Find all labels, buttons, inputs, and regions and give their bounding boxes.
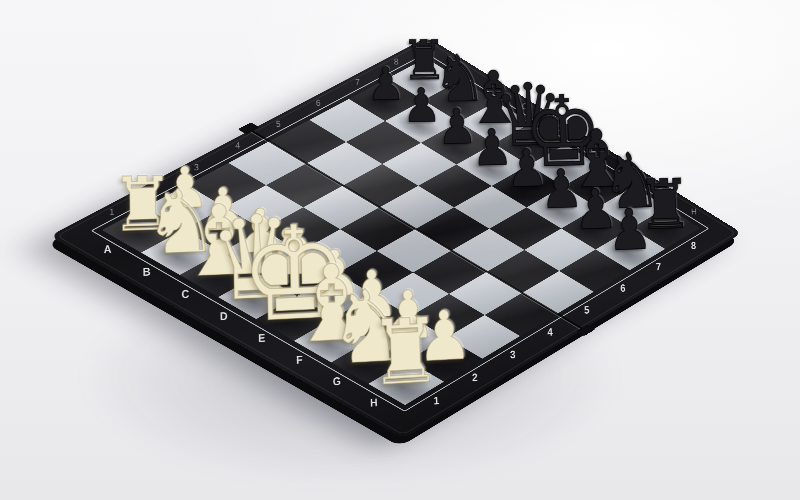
- rank-label-6: 6: [616, 280, 629, 295]
- white-rook-glyph: ♜: [319, 304, 489, 402]
- far-rank-label-6: 6: [311, 95, 325, 110]
- rank-label-5: 5: [580, 302, 593, 317]
- rank-label-7: 7: [652, 259, 665, 273]
- photo-stage: AABBCCDDEEFFGGHH1122334455667788♜♞♝♛♚♝♞♜…: [0, 0, 800, 500]
- far-rank-label-4: 4: [231, 138, 245, 153]
- black-pawn-glyph: ♟: [563, 200, 695, 261]
- far-rank-label-5: 5: [271, 116, 285, 131]
- rank-label-4: 4: [543, 324, 556, 339]
